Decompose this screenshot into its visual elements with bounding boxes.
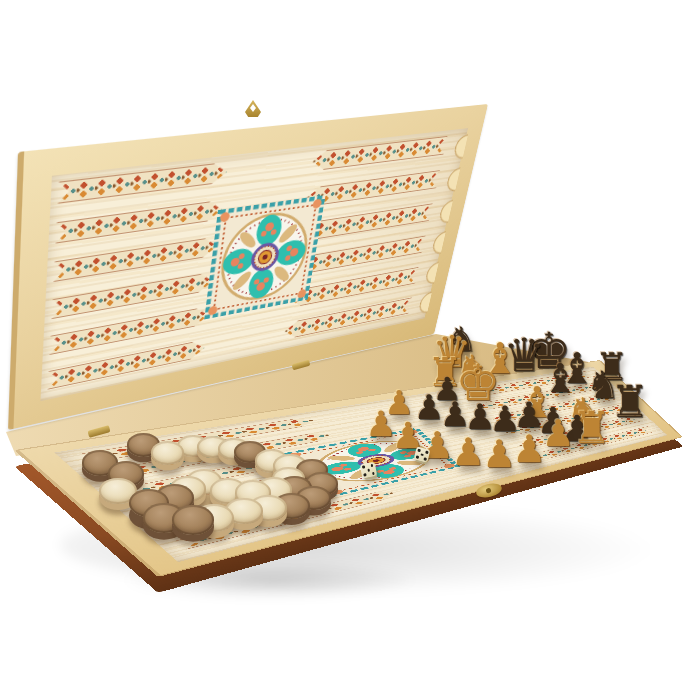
die-pip (418, 449, 421, 452)
die-pip (423, 458, 426, 461)
lid-ornamental-points (52, 128, 468, 176)
die-pip (371, 471, 374, 474)
die-pip (416, 456, 419, 459)
die-pip (370, 463, 373, 466)
chess-piece-light-R: ♜ (572, 406, 611, 450)
chess-piece-light-P: ♟ (482, 435, 516, 473)
product-photo-backgammon-chess-case: ♞♛♛♚♜♞♝♝♜♝♞♟♚♟♜♟♝♟♞♟♟♟♟♟♟♜♟♟♟♟♟♟ (0, 0, 700, 700)
chess-piece-light-P: ♟ (451, 433, 485, 471)
chess-piece-light-P: ♟ (541, 415, 574, 452)
backgammon-point (311, 136, 448, 172)
die-pip (363, 473, 366, 476)
hanger-hole (250, 104, 256, 112)
backgammon-checker-dark (172, 505, 214, 534)
die-pip (362, 465, 365, 468)
chess-piece-dark-R: ♜ (610, 380, 649, 424)
backgammon-point (55, 200, 223, 244)
die-showing-5 (359, 461, 376, 478)
die-pip (420, 453, 423, 456)
backgammon-point (305, 170, 440, 207)
backgammon-point (58, 162, 229, 204)
chess-piece-light-P: ♟ (512, 430, 546, 468)
clasp-pin (486, 488, 492, 494)
backgammon-checker-light (151, 441, 184, 464)
die-pip (366, 468, 369, 471)
die-pip (425, 450, 428, 453)
brass-hanger (245, 100, 261, 117)
